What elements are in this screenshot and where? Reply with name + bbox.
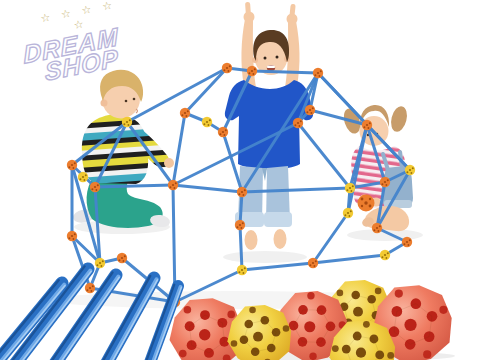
connector-hole xyxy=(91,290,93,292)
held-ball-hole xyxy=(361,198,364,201)
connector-hole xyxy=(229,65,231,67)
middle-boy-teeth xyxy=(267,66,275,69)
connector-hole xyxy=(251,70,253,72)
connector-hole xyxy=(96,264,98,266)
connector-hole xyxy=(92,285,94,287)
left-boy-eye xyxy=(125,100,128,103)
foam-ball-yellow xyxy=(227,305,291,360)
connector-hole xyxy=(73,167,75,169)
connector-hole xyxy=(306,111,308,113)
connector-hole xyxy=(320,70,322,72)
connector-hole xyxy=(169,186,171,188)
fort-rod xyxy=(298,123,350,188)
connector-hole xyxy=(408,244,410,246)
connector-hole xyxy=(403,243,405,245)
held-ball-hole xyxy=(361,205,363,207)
connector-hole xyxy=(97,184,99,186)
connector-hole xyxy=(347,212,349,214)
foam-ball-edge-hole xyxy=(309,353,316,360)
connector-hole xyxy=(373,229,375,231)
connector-hole xyxy=(86,289,88,291)
connector-hole xyxy=(386,184,388,186)
foam-ball-edge-hole xyxy=(439,306,447,314)
connector-hole xyxy=(228,70,230,72)
connector-hole xyxy=(254,68,256,70)
connector-hole xyxy=(79,178,81,180)
connector-hole xyxy=(314,265,316,267)
middle-boy-cuff-right xyxy=(264,212,292,227)
connector-hole xyxy=(384,181,386,183)
connector-hole xyxy=(386,257,388,259)
connector-hole xyxy=(253,73,255,75)
connector-hole xyxy=(121,257,123,259)
foam-ball-hole xyxy=(356,348,366,358)
connector-hole xyxy=(94,186,96,188)
connector-hole xyxy=(311,112,313,114)
product-photo: ☆ ☆ ☆ ☆ ☆ DREAM SHOP xyxy=(0,0,480,360)
connector-hole xyxy=(368,127,370,129)
connector-hole xyxy=(344,214,346,216)
foam-ball-edge-hole xyxy=(283,325,290,332)
connector-hole xyxy=(71,164,73,166)
connector-hole xyxy=(181,114,183,116)
connector-hole xyxy=(387,252,389,254)
connector-hole xyxy=(406,241,408,243)
connector-hole xyxy=(346,189,348,191)
foam-ball-hole xyxy=(353,307,363,317)
connector-hole xyxy=(236,226,238,228)
connector-hole xyxy=(239,224,241,226)
connector-hole xyxy=(244,267,246,269)
connector-hole xyxy=(74,162,76,164)
foam-ball-edge-hole xyxy=(249,307,256,314)
connector-hole xyxy=(73,238,75,240)
connector-hole xyxy=(387,179,389,181)
middle-boy-eye xyxy=(264,57,267,60)
connector-hole xyxy=(223,69,225,71)
connector-hole xyxy=(219,133,221,135)
connector-hole xyxy=(369,122,371,124)
connector-hole xyxy=(349,187,351,189)
fort-rod xyxy=(242,263,313,270)
left-boy-ear xyxy=(101,100,108,107)
connector-hole xyxy=(85,174,87,176)
connector-hole xyxy=(352,185,354,187)
connector-hole xyxy=(411,172,413,174)
connector-hole xyxy=(379,225,381,227)
middle-boy-foot-right xyxy=(274,229,287,249)
connector-hole xyxy=(378,230,380,232)
connector-hole xyxy=(123,260,125,262)
connector-hole xyxy=(312,107,314,109)
connector-hole xyxy=(300,120,302,122)
foam-ball-edge-hole xyxy=(307,292,314,299)
middle-boy-foot-left xyxy=(245,230,258,250)
fort-rod xyxy=(185,68,227,113)
fort-rod xyxy=(313,213,348,263)
connector-hole xyxy=(187,110,189,112)
connector-hole xyxy=(238,193,240,195)
connector-hole xyxy=(74,233,76,235)
connector-hole xyxy=(203,123,205,125)
foam-ball-edge-hole xyxy=(423,350,431,358)
scene-svg xyxy=(0,0,480,360)
left-boy-eye xyxy=(133,98,136,101)
connector-hole xyxy=(118,259,120,261)
fort-rod xyxy=(252,71,318,73)
held-ball-hole xyxy=(364,201,367,204)
fort-rod xyxy=(173,113,185,185)
connector-hole xyxy=(68,166,70,168)
connector-hole xyxy=(84,179,86,181)
connector-hole xyxy=(226,67,228,69)
connector-hole xyxy=(406,171,408,173)
connector-hole xyxy=(102,260,104,262)
middle-boy-shadow xyxy=(223,251,307,263)
connector-hole xyxy=(127,124,129,126)
connector-hole xyxy=(123,123,125,125)
foam-ball-hole xyxy=(199,329,210,340)
left-boy-mouth xyxy=(136,109,138,113)
connector-hole xyxy=(299,125,301,127)
connector-hole xyxy=(126,121,128,123)
foam-ball-edge-hole xyxy=(395,289,403,297)
connector-hole xyxy=(351,190,353,192)
connector-hole xyxy=(124,255,126,257)
connector-hole xyxy=(99,262,101,264)
connector-hole xyxy=(129,119,131,121)
left-boy-hand xyxy=(164,158,174,168)
connector-hole xyxy=(381,183,383,185)
foam-ball-edge-hole xyxy=(337,290,344,297)
connector-hole xyxy=(309,264,311,266)
foam-ball-hole xyxy=(253,332,263,342)
foam-ball-hole xyxy=(304,321,315,332)
connector-hole xyxy=(243,272,245,274)
connector-hole xyxy=(71,235,73,237)
connector-hole xyxy=(209,119,211,121)
connector-hole xyxy=(366,124,368,126)
connector-hole xyxy=(91,188,93,190)
connector-hole xyxy=(297,122,299,124)
connector-hole xyxy=(175,182,177,184)
held-connector-ball xyxy=(358,195,375,212)
connector-hole xyxy=(384,254,386,256)
connector-hole xyxy=(315,260,317,262)
foam-ball-edge-hole xyxy=(231,340,238,347)
held-ball-hole xyxy=(369,205,372,208)
connector-hole xyxy=(225,129,227,131)
held-ball-hole xyxy=(369,198,371,200)
connector-hole xyxy=(241,269,243,271)
connector-hole xyxy=(241,227,243,229)
connector-hole xyxy=(222,131,224,133)
connector-hole xyxy=(309,109,311,111)
foam-ball-edge-hole xyxy=(184,306,192,314)
connector-hole xyxy=(409,239,411,241)
connector-hole xyxy=(172,184,174,186)
connector-hole xyxy=(409,169,411,171)
connector-hole xyxy=(208,124,210,126)
connector-hole xyxy=(349,215,351,217)
connector-hole xyxy=(376,227,378,229)
connector-hole xyxy=(381,256,383,258)
connector-hole xyxy=(248,72,250,74)
connector-hole xyxy=(224,134,226,136)
connector-hole xyxy=(184,112,186,114)
middle-boy-eye xyxy=(276,56,279,59)
connector-hole xyxy=(314,74,316,76)
connector-hole xyxy=(363,126,365,128)
connector-hole xyxy=(241,191,243,193)
connector-hole xyxy=(312,262,314,264)
connector-hole xyxy=(96,189,98,191)
connector-hole xyxy=(89,287,91,289)
connector-hole xyxy=(82,176,84,178)
connector-hole xyxy=(412,167,414,169)
connector-hole xyxy=(68,237,70,239)
connector-hole xyxy=(242,222,244,224)
connector-hole xyxy=(243,194,245,196)
foam-ball-edge-hole xyxy=(332,345,339,352)
connector-hole xyxy=(238,271,240,273)
fort-rod xyxy=(240,225,242,270)
connector-hole xyxy=(101,265,103,267)
foam-ball-edge-hole xyxy=(375,288,382,295)
connector-hole xyxy=(206,121,208,123)
connector-hole xyxy=(186,115,188,117)
fort-rod xyxy=(313,255,385,263)
foam-ball-edge-hole xyxy=(387,352,394,359)
loose-rods-pile xyxy=(0,266,181,360)
connector-hole xyxy=(244,189,246,191)
foam-ball-hole xyxy=(404,319,416,331)
connector-hole xyxy=(317,72,319,74)
foam-ball-edge-hole xyxy=(363,321,370,328)
connector-hole xyxy=(174,187,176,189)
connector-hole xyxy=(319,75,321,77)
girl-pigtail-right xyxy=(389,105,410,134)
fort-rod xyxy=(95,185,173,187)
foam-ball-edge-hole xyxy=(179,350,187,358)
foam-ball-edge-hole xyxy=(227,311,235,319)
connector-hole xyxy=(294,124,296,126)
connector-hole xyxy=(350,210,352,212)
fort-rod xyxy=(173,185,242,192)
